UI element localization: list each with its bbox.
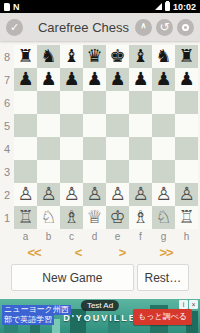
nfc-icon: N	[13, 2, 20, 12]
square-e3[interactable]	[106, 160, 129, 183]
square-c4[interactable]	[60, 137, 83, 160]
rank-label-4: 4	[0, 137, 14, 160]
status-bar-clock: 10:02	[173, 2, 196, 12]
first-move-button[interactable]: <<	[12, 245, 56, 260]
square-g6[interactable]	[152, 91, 175, 114]
square-c8[interactable]: ♝	[60, 45, 83, 68]
square-b8[interactable]: ♞	[37, 45, 60, 68]
square-f1[interactable]: ♗	[129, 206, 152, 229]
square-e1[interactable]: ♔	[106, 206, 129, 229]
square-g4[interactable]	[152, 137, 175, 160]
ad-headline-line2: 部で英語学習	[2, 315, 54, 325]
square-c3[interactable]	[60, 160, 83, 183]
square-c2[interactable]: ♙	[60, 183, 83, 206]
square-g1[interactable]: ♘	[152, 206, 175, 229]
square-g7[interactable]: ♟	[152, 68, 175, 91]
square-a3[interactable]	[14, 160, 37, 183]
ad-headline-line1: ニューヨーク州西	[2, 305, 71, 315]
rank-label-8: 8	[0, 45, 14, 68]
ad-controls: i ×	[179, 300, 198, 309]
square-h4[interactable]	[175, 137, 198, 160]
square-a4[interactable]	[14, 137, 37, 160]
status-bar-left-icons: N	[4, 2, 20, 12]
undo-button[interactable]: ↺	[156, 19, 173, 36]
square-d3[interactable]	[83, 160, 106, 183]
square-d7[interactable]: ♟	[83, 68, 106, 91]
square-f4[interactable]	[129, 137, 152, 160]
sd-card-icon	[4, 3, 10, 11]
ad-banner[interactable]: Test Ad D'YOUVILLE ニューヨーク州西 部で英語学習 もっと調べ…	[0, 299, 200, 333]
ad-test-badge: Test Ad	[81, 300, 119, 311]
square-a2[interactable]: ♙	[14, 183, 37, 206]
square-b4[interactable]	[37, 137, 60, 160]
square-d1[interactable]: ♕	[83, 206, 106, 229]
square-b2[interactable]: ♙	[37, 183, 60, 206]
rank-label-3: 3	[0, 160, 14, 183]
collapse-button[interactable]: ∧	[135, 19, 152, 36]
battery-icon	[165, 2, 170, 11]
square-d2[interactable]: ♙	[83, 183, 106, 206]
rank-labels: 87654321	[0, 45, 14, 229]
square-b7[interactable]: ♟	[37, 68, 60, 91]
square-d6[interactable]	[83, 91, 106, 114]
square-h5[interactable]	[175, 114, 198, 137]
prev-move-button[interactable]: <	[56, 245, 100, 260]
square-h8[interactable]: ♜	[175, 45, 198, 68]
square-b6[interactable]	[37, 91, 60, 114]
square-h6[interactable]	[175, 91, 198, 114]
square-a5[interactable]	[14, 114, 37, 137]
ad-brand-text: D'YOUVILLE	[63, 313, 137, 323]
move-navigation: << < > >>	[0, 244, 200, 261]
board[interactable]: ♜♞♝♛♚♝♞♜♟♟♟♟♟♟♟♟♙♙♙♙♙♙♙♙♖♘♗♕♔♗♘♖	[14, 45, 198, 229]
file-label-f: f	[129, 231, 152, 242]
square-h1[interactable]: ♖	[175, 206, 198, 229]
square-c5[interactable]	[60, 114, 83, 137]
square-e7[interactable]: ♟	[106, 68, 129, 91]
square-b1[interactable]: ♘	[37, 206, 60, 229]
square-e8[interactable]: ♚	[106, 45, 129, 68]
record-button[interactable]	[177, 19, 194, 36]
square-h7[interactable]: ♟	[175, 68, 198, 91]
undo-icon: ↺	[159, 21, 169, 33]
ad-close-icon[interactable]: ×	[189, 300, 198, 309]
square-f6[interactable]	[129, 91, 152, 114]
file-label-g: g	[152, 231, 175, 242]
action-buttons: New Game Rest…	[0, 264, 200, 291]
status-bar: N 10:02	[0, 0, 200, 13]
signal-icon	[155, 3, 162, 10]
square-h3[interactable]	[175, 160, 198, 183]
new-game-button[interactable]: New Game	[11, 264, 134, 291]
square-c7[interactable]: ♟	[60, 68, 83, 91]
chevron-up-icon: ∧	[141, 22, 147, 30]
next-move-button[interactable]: >	[100, 245, 144, 260]
screen: { "game": "chess", "position": { "fen": …	[0, 0, 200, 333]
ad-headline: ニューヨーク州西 部で英語学習	[2, 305, 71, 325]
file-label-b: b	[37, 231, 60, 242]
rank-label-1: 1	[0, 206, 14, 229]
square-f5[interactable]	[129, 114, 152, 137]
square-g8[interactable]: ♞	[152, 45, 175, 68]
square-g5[interactable]	[152, 114, 175, 137]
square-f7[interactable]: ♟	[129, 68, 152, 91]
rank-label-2: 2	[0, 183, 14, 206]
square-d5[interactable]	[83, 114, 106, 137]
file-labels: abcdefgh	[14, 229, 200, 243]
square-a8[interactable]: ♜	[14, 45, 37, 68]
square-e5[interactable]	[106, 114, 129, 137]
square-g2[interactable]: ♙	[152, 183, 175, 206]
rank-label-6: 6	[0, 91, 14, 114]
rank-label-5: 5	[0, 114, 14, 137]
square-g3[interactable]	[152, 160, 175, 183]
file-label-h: h	[175, 231, 198, 242]
square-d8[interactable]: ♛	[83, 45, 106, 68]
record-dot-icon	[182, 24, 189, 31]
file-label-a: a	[14, 231, 37, 242]
ad-info-icon[interactable]: i	[179, 300, 188, 309]
square-h2[interactable]: ♙	[175, 183, 198, 206]
square-f8[interactable]: ♝	[129, 45, 152, 68]
board-section: 87654321 ♜♞♝♛♚♝♞♜♟♟♟♟♟♟♟♟♙♙♙♙♙♙♙♙♖♘♗♕♔♗♘…	[0, 45, 200, 243]
file-label-c: c	[60, 231, 83, 242]
square-b5[interactable]	[37, 114, 60, 137]
square-f3[interactable]	[129, 160, 152, 183]
rank-label-7: 7	[0, 68, 14, 91]
square-c1[interactable]: ♗	[60, 206, 83, 229]
square-b3[interactable]	[37, 160, 60, 183]
square-a1[interactable]: ♖	[14, 206, 37, 229]
square-e6[interactable]	[106, 91, 129, 114]
restart-button[interactable]: Rest…	[137, 264, 189, 291]
square-e2[interactable]: ♙	[106, 183, 129, 206]
square-a7[interactable]: ♟	[14, 68, 37, 91]
file-label-d: d	[83, 231, 106, 242]
last-move-button[interactable]: >>	[144, 245, 188, 260]
square-d4[interactable]	[83, 137, 106, 160]
file-label-e: e	[106, 231, 129, 242]
toolbar: ✓ Carefree Chess ∧ ↺	[0, 13, 200, 41]
square-c6[interactable]	[60, 91, 83, 114]
app-title: Carefree Chess	[23, 20, 135, 35]
square-e4[interactable]	[106, 137, 129, 160]
square-a6[interactable]	[14, 91, 37, 114]
square-f2[interactable]: ♙	[129, 183, 152, 206]
ad-cta-button[interactable]: もっと調べる	[133, 309, 192, 325]
check-icon: ✓	[10, 22, 19, 33]
confirm-move-button[interactable]: ✓	[6, 19, 23, 36]
